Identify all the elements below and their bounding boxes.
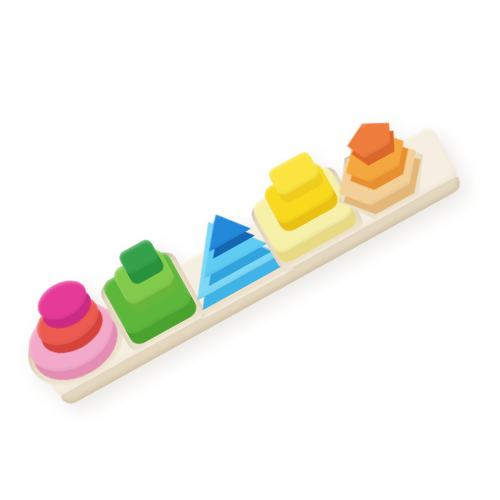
- shape-sorter-board: [0, 69, 499, 467]
- photo-background: [0, 0, 500, 500]
